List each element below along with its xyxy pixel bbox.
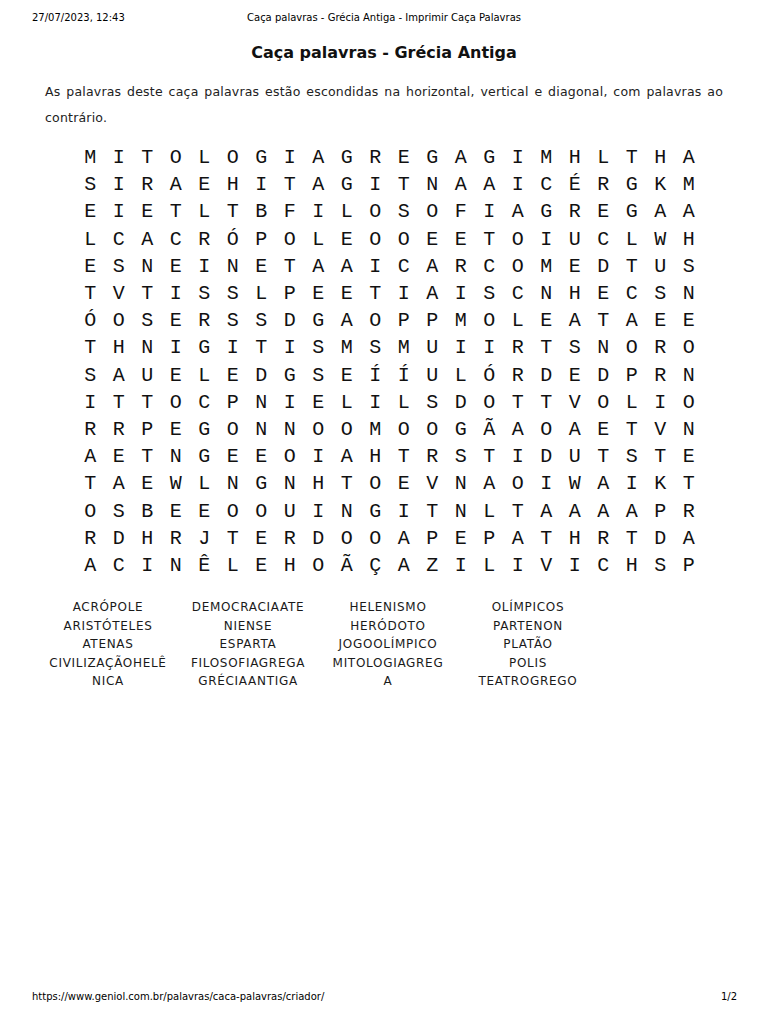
grid-cell: G [190, 443, 219, 470]
grid-cell: G [475, 144, 504, 171]
grid-cell: N [418, 171, 447, 198]
grid-cell: L [219, 552, 248, 579]
grid-cell: N [247, 389, 276, 416]
grid-cell: S [247, 307, 276, 334]
word-list-line: OLÍMPICOS [458, 598, 598, 617]
grid-cell: M [532, 253, 561, 280]
word-list-item: CIVILIZAÇÃOHELÊNICA [38, 654, 178, 691]
grid-cell: D [304, 525, 333, 552]
print-header-datetime: 27/07/2023, 12:43 [32, 12, 125, 23]
grid-cell: S [190, 280, 219, 307]
grid-cell: T [133, 389, 162, 416]
grid-cell: I [361, 389, 390, 416]
grid-cell: R [76, 525, 105, 552]
grid-cell: O [361, 307, 390, 334]
grid-cell: Ã [475, 416, 504, 443]
grid-cell: C [162, 226, 191, 253]
grid-cell: I [618, 470, 647, 497]
grid-cell: D [532, 362, 561, 389]
grid-cell: I [447, 334, 476, 361]
grid-cell: N [276, 416, 305, 443]
grid-cell: G [190, 416, 219, 443]
grid-cell: O [361, 198, 390, 225]
grid-cell: O [390, 226, 419, 253]
grid-cell: T [675, 470, 704, 497]
word-list: ACRÓPOLEARISTÓTELESATENASCIVILIZAÇÃOHELÊ… [38, 598, 768, 691]
grid-cell: I [361, 253, 390, 280]
grid-cell: E [247, 443, 276, 470]
word-list-item: HELENISMO [318, 598, 458, 617]
grid-cell: R [589, 171, 618, 198]
grid-cell: I [532, 470, 561, 497]
grid-cell: Ã [333, 552, 362, 579]
word-list-item: PLATÃO [458, 635, 598, 654]
word-list-column: OLÍMPICOSPARTENONPLATÃOPOLISTEATROGREGO [458, 598, 598, 691]
grid-cell: E [162, 497, 191, 524]
grid-cell: L [589, 144, 618, 171]
word-list-line: PLATÃO [458, 635, 598, 654]
grid-cell: A [589, 497, 618, 524]
word-list-item: ATENAS [38, 635, 178, 654]
grid-cell: S [361, 334, 390, 361]
grid-cell: T [532, 389, 561, 416]
word-list-line: ATENAS [38, 635, 178, 654]
grid-cell: R [646, 362, 675, 389]
grid-cell: L [390, 389, 419, 416]
grid-cell: E [589, 198, 618, 225]
grid-cell: I [105, 198, 134, 225]
grid-cell: T [618, 144, 647, 171]
grid-cell: N [675, 416, 704, 443]
grid-cell: T [532, 334, 561, 361]
grid-cell: O [618, 334, 647, 361]
footer-url: https://www.geniol.com.br/palavras/caca-… [32, 991, 324, 1002]
grid-cell: Ó [76, 307, 105, 334]
grid-cell: L [618, 226, 647, 253]
grid-cell: C [504, 280, 533, 307]
word-list-line: FILOSOFIAGREGA [178, 654, 318, 673]
word-list-item: HERÓDOTO [318, 617, 458, 636]
word-list-line: ARISTÓTELES [38, 617, 178, 636]
grid-cell: N [162, 443, 191, 470]
grid-cell: A [589, 470, 618, 497]
grid-cell: G [618, 198, 647, 225]
grid-cell: S [219, 307, 248, 334]
grid-cell: N [276, 470, 305, 497]
grid-cell: J [190, 525, 219, 552]
grid-cell: T [618, 416, 647, 443]
grid-cell: L [333, 389, 362, 416]
grid-cell: T [618, 525, 647, 552]
grid-cell: A [675, 198, 704, 225]
grid-cell: E [561, 362, 590, 389]
grid-cell: E [162, 362, 191, 389]
grid-cell: P [219, 389, 248, 416]
grid-cell: S [475, 280, 504, 307]
grid-cell: S [76, 171, 105, 198]
grid-cell: R [589, 525, 618, 552]
grid-cell: T [276, 171, 305, 198]
grid-cell: M [447, 307, 476, 334]
grid-cell: A [304, 144, 333, 171]
grid-cell: I [390, 280, 419, 307]
grid-cell: A [162, 171, 191, 198]
grid-cell: T [418, 497, 447, 524]
grid-cell: A [504, 198, 533, 225]
grid-cell: A [447, 144, 476, 171]
grid-cell: I [219, 334, 248, 361]
grid-cell: P [390, 307, 419, 334]
grid-cell: E [646, 307, 675, 334]
word-list-line: JOGOOLÍMPICO [318, 635, 458, 654]
grid-cell: U [561, 226, 590, 253]
word-list-item: ARISTÓTELES [38, 617, 178, 636]
grid-cell: P [276, 280, 305, 307]
grid-cell: U [418, 334, 447, 361]
grid-cell: E [304, 389, 333, 416]
grid-cell: I [304, 198, 333, 225]
word-list-line: MITOLOGIAGREG [318, 654, 458, 673]
grid-cell: N [589, 334, 618, 361]
grid-cell: I [390, 497, 419, 524]
grid-cell: T [333, 470, 362, 497]
grid-cell: A [418, 253, 447, 280]
grid-cell: T [475, 443, 504, 470]
grid-cell: O [504, 470, 533, 497]
grid-cell: I [561, 552, 590, 579]
grid-cell: G [361, 497, 390, 524]
grid-cell: G [276, 362, 305, 389]
grid-cell: O [532, 416, 561, 443]
grid-cell: O [418, 416, 447, 443]
grid-cell: T [76, 280, 105, 307]
grid-cell: E [675, 307, 704, 334]
grid-cell: N [675, 362, 704, 389]
grid-cell: T [162, 198, 191, 225]
word-list-line: NICA [38, 672, 178, 691]
grid-cell: R [276, 525, 305, 552]
grid-cell: P [675, 552, 704, 579]
grid-cell: I [504, 171, 533, 198]
word-list-line: PARTENON [458, 617, 598, 636]
grid-cell: M [675, 171, 704, 198]
grid-cell: P [418, 307, 447, 334]
grid-cell: F [447, 198, 476, 225]
grid-cell: U [418, 362, 447, 389]
grid-cell: É [561, 171, 590, 198]
grid-cell: A [561, 497, 590, 524]
grid-cell: E [162, 307, 191, 334]
grid-cell: R [646, 334, 675, 361]
grid-cell: T [219, 198, 248, 225]
grid-cell: V [418, 470, 447, 497]
grid-cell: D [646, 525, 675, 552]
grid-cell: E [76, 253, 105, 280]
grid-cell: O [219, 144, 248, 171]
grid-cell: E [247, 552, 276, 579]
grid-cell: H [105, 334, 134, 361]
grid-cell: R [447, 253, 476, 280]
word-list-column: HELENISMOHERÓDOTOJOGOOLÍMPICOMITOLOGIAGR… [318, 598, 458, 691]
grid-cell: S [105, 253, 134, 280]
grid-cell: S [618, 443, 647, 470]
grid-cell: S [390, 198, 419, 225]
grid-cell: L [190, 198, 219, 225]
word-list-item: DEMOCRACIAATENIENSE [178, 598, 318, 635]
grid-cell: E [219, 443, 248, 470]
grid-cell: E [589, 416, 618, 443]
grid-cell: T [219, 525, 248, 552]
print-header-title: Caça palavras - Grécia Antiga - Imprimir… [120, 12, 648, 23]
grid-cell: E [247, 525, 276, 552]
grid-cell: C [475, 253, 504, 280]
grid-cell: E [390, 144, 419, 171]
grid-cell: S [646, 552, 675, 579]
grid-cell: H [304, 470, 333, 497]
grid-cell: O [390, 416, 419, 443]
grid-cell: I [190, 253, 219, 280]
grid-cell: L [190, 470, 219, 497]
grid-cell: E [133, 198, 162, 225]
grid-cell: M [333, 334, 362, 361]
grid-cell: I [475, 334, 504, 361]
grid-cell: H [133, 525, 162, 552]
grid-cell: G [447, 416, 476, 443]
grid-cell: A [418, 280, 447, 307]
grid-cell: I [646, 389, 675, 416]
word-list-item: POLIS [458, 654, 598, 673]
grid-cell: S [133, 307, 162, 334]
grid-cell: E [247, 253, 276, 280]
grid-cell: I [504, 144, 533, 171]
grid-cell: R [504, 334, 533, 361]
word-list-item: ESPARTA [178, 635, 318, 654]
grid-cell: E [418, 226, 447, 253]
grid-cell: O [304, 416, 333, 443]
grid-cell: A [618, 307, 647, 334]
word-list-column: DEMOCRACIAATENIENSEESPARTAFILOSOFIAGREGA… [178, 598, 318, 691]
grid-cell: H [675, 226, 704, 253]
grid-cell: S [675, 253, 704, 280]
word-list-item: FILOSOFIAGREGA [178, 654, 318, 673]
grid-cell: O [475, 389, 504, 416]
grid-cell: O [219, 416, 248, 443]
word-list-column: ACRÓPOLEARISTÓTELESATENASCIVILIZAÇÃOHELÊ… [38, 598, 178, 691]
grid-cell: A [504, 525, 533, 552]
grid-cell: I [276, 334, 305, 361]
grid-cell: L [333, 198, 362, 225]
grid-cell: G [618, 171, 647, 198]
grid-cell: T [532, 525, 561, 552]
grid-cell: O [475, 307, 504, 334]
grid-cell: E [333, 280, 362, 307]
grid-cell: T [475, 226, 504, 253]
grid-cell: L [475, 497, 504, 524]
word-list-line: A [318, 672, 458, 691]
grid-cell: E [532, 307, 561, 334]
grid-cell: O [589, 389, 618, 416]
grid-cell: B [247, 198, 276, 225]
grid-cell: T [361, 280, 390, 307]
grid-cell: S [646, 280, 675, 307]
grid-cell: G [418, 144, 447, 171]
grid-cell: O [333, 525, 362, 552]
grid-cell: E [105, 443, 134, 470]
grid-cell: L [504, 307, 533, 334]
grid-cell: R [418, 443, 447, 470]
grid-cell: P [247, 226, 276, 253]
grid-cell: Ç [361, 552, 390, 579]
grid-cell: P [618, 362, 647, 389]
grid-cell: L [247, 280, 276, 307]
grid-cell: A [76, 443, 105, 470]
grid-cell: D [589, 253, 618, 280]
grid-cell: R [361, 144, 390, 171]
grid-cell: N [447, 497, 476, 524]
grid-cell: A [675, 525, 704, 552]
grid-cell: T [390, 171, 419, 198]
grid-cell: L [304, 226, 333, 253]
grid-cell: L [618, 389, 647, 416]
grid-cell: I [447, 280, 476, 307]
grid-cell: I [504, 443, 533, 470]
grid-cell: D [589, 362, 618, 389]
grid-cell: I [105, 144, 134, 171]
grid-cell: Z [418, 552, 447, 579]
grid-cell: E [561, 253, 590, 280]
grid-cell: C [589, 552, 618, 579]
word-list-line: GRÉCIAANTIGA [178, 672, 318, 691]
grid-cell: P [133, 416, 162, 443]
grid-cell: A [504, 416, 533, 443]
grid-cell: G [532, 198, 561, 225]
grid-cell: O [675, 334, 704, 361]
grid-cell: S [76, 362, 105, 389]
grid-cell: V [646, 416, 675, 443]
grid-cell: I [162, 334, 191, 361]
grid-cell: L [190, 362, 219, 389]
grid-cell: O [504, 253, 533, 280]
grid-cell: N [247, 416, 276, 443]
grid-cell: A [390, 552, 419, 579]
grid-cell: H [276, 552, 305, 579]
grid-cell: L [447, 362, 476, 389]
page-title: Caça palavras - Grécia Antiga [0, 0, 768, 62]
grid-cell: M [532, 144, 561, 171]
grid-cell: O [276, 226, 305, 253]
grid-cell: O [105, 307, 134, 334]
grid-cell: C [390, 253, 419, 280]
word-list-line: HERÓDOTO [318, 617, 458, 636]
grid-cell: A [447, 171, 476, 198]
grid-cell: R [190, 226, 219, 253]
grid-cell: O [162, 144, 191, 171]
grid-cell: N [133, 334, 162, 361]
grid-cell: C [532, 171, 561, 198]
grid-cell: A [675, 144, 704, 171]
grid-cell: R [133, 171, 162, 198]
grid-cell: A [561, 307, 590, 334]
grid-cell: O [333, 416, 362, 443]
word-list-item: ACRÓPOLE [38, 598, 178, 617]
grid-cell: L [475, 552, 504, 579]
grid-cell: E [190, 171, 219, 198]
word-list-item: GRÉCIAANTIGA [178, 672, 318, 691]
grid-cell: T [276, 253, 305, 280]
grid-cell: Í [361, 362, 390, 389]
grid-cell: D [447, 389, 476, 416]
grid-cell: I [304, 443, 333, 470]
grid-cell: P [418, 525, 447, 552]
word-list-item: JOGOOLÍMPICO [318, 635, 458, 654]
word-list-line: DEMOCRACIAATE [178, 598, 318, 617]
grid-cell: U [561, 443, 590, 470]
grid-cell: I [276, 389, 305, 416]
grid-cell: T [76, 334, 105, 361]
grid-cell: G [190, 334, 219, 361]
grid-cell: I [76, 389, 105, 416]
word-list-item: MITOLOGIAGREGA [318, 654, 458, 691]
grid-cell: E [333, 226, 362, 253]
grid-cell: S [219, 280, 248, 307]
grid-cell: T [589, 307, 618, 334]
footer-page-number: 1/2 [721, 991, 737, 1002]
grid-cell: A [390, 525, 419, 552]
grid-cell: A [304, 171, 333, 198]
grid-cell: T [618, 253, 647, 280]
grid-cell: S [447, 443, 476, 470]
grid-cell: A [76, 552, 105, 579]
grid-cell: H [561, 144, 590, 171]
word-list-item: PARTENON [458, 617, 598, 636]
grid-cell: I [361, 171, 390, 198]
grid-cell: T [133, 144, 162, 171]
grid-cell: R [105, 416, 134, 443]
grid-cell: S [561, 334, 590, 361]
grid-cell: N [532, 280, 561, 307]
grid-cell: D [105, 525, 134, 552]
grid-cell: T [105, 389, 134, 416]
word-list-line: POLIS [458, 654, 598, 673]
grid-cell: C [190, 389, 219, 416]
grid-cell: E [447, 226, 476, 253]
grid-cell: T [390, 443, 419, 470]
grid-cell: E [190, 497, 219, 524]
grid-cell: G [333, 144, 362, 171]
grid-cell: S [105, 497, 134, 524]
grid-cell: W [162, 470, 191, 497]
grid-cell: Í [390, 362, 419, 389]
grid-cell: U [276, 497, 305, 524]
grid-cell: N [162, 552, 191, 579]
grid-cell: I [162, 280, 191, 307]
grid-cell: F [276, 198, 305, 225]
grid-cell: M [361, 416, 390, 443]
grid-cell: A [304, 253, 333, 280]
grid-cell: I [247, 171, 276, 198]
word-list-item: OLÍMPICOS [458, 598, 598, 617]
grid-cell: A [105, 470, 134, 497]
grid-cell: L [190, 144, 219, 171]
grid-cell: O [504, 226, 533, 253]
grid-cell: Ó [219, 226, 248, 253]
instructions-text: As palavras deste caça palavras estão es… [45, 79, 723, 131]
grid-cell: E [304, 280, 333, 307]
grid-cell: V [561, 389, 590, 416]
grid-cell: E [76, 198, 105, 225]
grid-cell: O [162, 389, 191, 416]
grid-cell: T [504, 497, 533, 524]
